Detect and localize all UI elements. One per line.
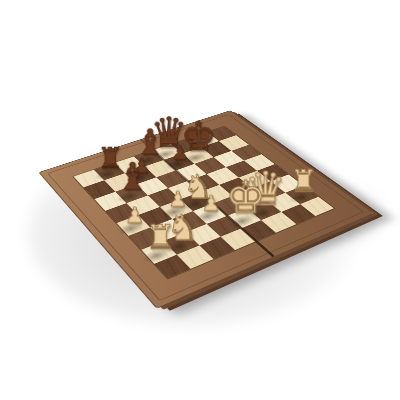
playing-area: ♜♝♛♟♟♚♝♟♟♞♟♜♞♚♛♜ [72,126,335,280]
scene: ♜♝♛♟♟♚♝♟♟♞♟♜♞♚♛♜ [0,0,400,400]
board-frame: ♜♝♛♟♟♚♝♟♟♞♟♜♞♚♛♜ [38,110,374,309]
product-photo-stage: ♜♝♛♟♟♚♝♟♟♞♟♜♞♚♛♜ [0,0,400,400]
chess-board: ♜♝♛♟♟♚♝♟♟♞♟♜♞♚♛♜ [38,110,374,309]
light-rook-glyph: ♜ [117,220,203,253]
